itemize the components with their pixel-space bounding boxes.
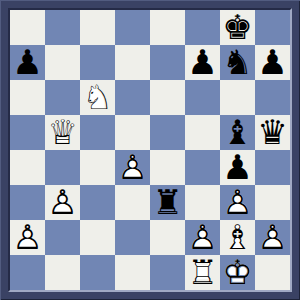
square-g2[interactable]: ♝♗ <box>220 220 255 255</box>
white-pawn-f2[interactable]: ♟♙ <box>185 220 220 255</box>
square-f5[interactable] <box>185 115 220 150</box>
square-d6[interactable] <box>115 80 150 115</box>
black-piece-glyph: ♟ <box>255 45 290 80</box>
square-d1[interactable] <box>115 255 150 290</box>
white-rook-f1[interactable]: ♜♖ <box>185 255 220 290</box>
square-f3[interactable] <box>185 185 220 220</box>
black-piece-glyph: ♛ <box>255 115 290 150</box>
square-c4[interactable] <box>80 150 115 185</box>
white-piece-outline: ♙ <box>45 185 80 220</box>
white-pawn-d4[interactable]: ♟♙ <box>115 150 150 185</box>
black-pawn-a7[interactable]: ♟ <box>10 45 45 80</box>
square-g4[interactable]: ♟ <box>220 150 255 185</box>
square-f7[interactable]: ♟ <box>185 45 220 80</box>
square-d3[interactable] <box>115 185 150 220</box>
square-a7[interactable]: ♟ <box>10 45 45 80</box>
square-b3[interactable]: ♟♙ <box>45 185 80 220</box>
white-pawn-g3[interactable]: ♟♙ <box>220 185 255 220</box>
square-f1[interactable]: ♜♖ <box>185 255 220 290</box>
black-piece-glyph: ♟ <box>220 150 255 185</box>
black-pawn-h7[interactable]: ♟ <box>255 45 290 80</box>
square-c8[interactable] <box>80 10 115 45</box>
white-piece-outline: ♖ <box>185 255 220 290</box>
black-pawn-g4[interactable]: ♟ <box>220 150 255 185</box>
square-c1[interactable] <box>80 255 115 290</box>
black-piece-glyph: ♜ <box>150 185 185 220</box>
black-piece-glyph: ♟ <box>10 45 45 80</box>
white-piece-outline: ♘ <box>80 80 115 115</box>
square-a4[interactable] <box>10 150 45 185</box>
square-g3[interactable]: ♟♙ <box>220 185 255 220</box>
white-pawn-h2[interactable]: ♟♙ <box>255 220 290 255</box>
square-c5[interactable] <box>80 115 115 150</box>
square-c2[interactable] <box>80 220 115 255</box>
square-a8[interactable] <box>10 10 45 45</box>
black-piece-glyph: ♚ <box>220 10 255 45</box>
black-pawn-f7[interactable]: ♟ <box>185 45 220 80</box>
white-bishop-g2[interactable]: ♝♗ <box>220 220 255 255</box>
square-b5[interactable]: ♛♕ <box>45 115 80 150</box>
square-e5[interactable] <box>150 115 185 150</box>
square-b7[interactable] <box>45 45 80 80</box>
black-piece-glyph: ♟ <box>185 45 220 80</box>
square-g6[interactable] <box>220 80 255 115</box>
square-g8[interactable]: ♚ <box>220 10 255 45</box>
square-a1[interactable] <box>10 255 45 290</box>
square-g1[interactable]: ♚♔ <box>220 255 255 290</box>
square-b8[interactable] <box>45 10 80 45</box>
white-piece-outline: ♔ <box>220 255 255 290</box>
chess-board: ♚♟♟♞♟♞♘♛♕♝♛♟♙♟♟♙♜♟♙♟♙♟♙♝♗♟♙♜♖♚♔ <box>8 8 292 292</box>
square-f2[interactable]: ♟♙ <box>185 220 220 255</box>
square-h1[interactable] <box>255 255 290 290</box>
square-h8[interactable] <box>255 10 290 45</box>
square-a5[interactable] <box>10 115 45 150</box>
square-d5[interactable] <box>115 115 150 150</box>
black-knight-g7[interactable]: ♞ <box>220 45 255 80</box>
white-piece-outline: ♙ <box>220 185 255 220</box>
white-piece-outline: ♙ <box>115 150 150 185</box>
square-e7[interactable] <box>150 45 185 80</box>
square-h7[interactable]: ♟ <box>255 45 290 80</box>
square-c7[interactable] <box>80 45 115 80</box>
square-g7[interactable]: ♞ <box>220 45 255 80</box>
white-pawn-a2[interactable]: ♟♙ <box>10 220 45 255</box>
square-a6[interactable] <box>10 80 45 115</box>
square-d7[interactable] <box>115 45 150 80</box>
square-d2[interactable] <box>115 220 150 255</box>
square-h4[interactable] <box>255 150 290 185</box>
square-h5[interactable]: ♛ <box>255 115 290 150</box>
square-f4[interactable] <box>185 150 220 185</box>
black-king-g8[interactable]: ♚ <box>220 10 255 45</box>
white-king-g1[interactable]: ♚♔ <box>220 255 255 290</box>
white-knight-c6[interactable]: ♞♘ <box>80 80 115 115</box>
square-e1[interactable] <box>150 255 185 290</box>
square-c3[interactable] <box>80 185 115 220</box>
chess-board-frame: ♚♟♟♞♟♞♘♛♕♝♛♟♙♟♟♙♜♟♙♟♙♟♙♝♗♟♙♜♖♚♔ <box>0 0 300 300</box>
square-d4[interactable]: ♟♙ <box>115 150 150 185</box>
square-b6[interactable] <box>45 80 80 115</box>
white-piece-outline: ♗ <box>220 220 255 255</box>
square-f6[interactable] <box>185 80 220 115</box>
square-h6[interactable] <box>255 80 290 115</box>
white-piece-outline: ♕ <box>45 115 80 150</box>
square-h3[interactable] <box>255 185 290 220</box>
black-queen-h5[interactable]: ♛ <box>255 115 290 150</box>
white-pawn-b3[interactable]: ♟♙ <box>45 185 80 220</box>
square-h2[interactable]: ♟♙ <box>255 220 290 255</box>
square-e4[interactable] <box>150 150 185 185</box>
square-e3[interactable]: ♜ <box>150 185 185 220</box>
square-g5[interactable]: ♝ <box>220 115 255 150</box>
square-e2[interactable] <box>150 220 185 255</box>
white-piece-outline: ♙ <box>255 220 290 255</box>
square-c6[interactable]: ♞♘ <box>80 80 115 115</box>
white-piece-outline: ♙ <box>185 220 220 255</box>
square-b1[interactable] <box>45 255 80 290</box>
black-piece-glyph: ♞ <box>220 45 255 80</box>
square-a2[interactable]: ♟♙ <box>10 220 45 255</box>
white-piece-outline: ♙ <box>10 220 45 255</box>
square-f8[interactable] <box>185 10 220 45</box>
black-rook-e3[interactable]: ♜ <box>150 185 185 220</box>
square-e6[interactable] <box>150 80 185 115</box>
square-a3[interactable] <box>10 185 45 220</box>
square-b4[interactable] <box>45 150 80 185</box>
square-b2[interactable] <box>45 220 80 255</box>
black-bishop-g5[interactable]: ♝ <box>220 115 255 150</box>
square-e8[interactable] <box>150 10 185 45</box>
square-d8[interactable] <box>115 10 150 45</box>
white-queen-b5[interactable]: ♛♕ <box>45 115 80 150</box>
black-piece-glyph: ♝ <box>220 115 255 150</box>
